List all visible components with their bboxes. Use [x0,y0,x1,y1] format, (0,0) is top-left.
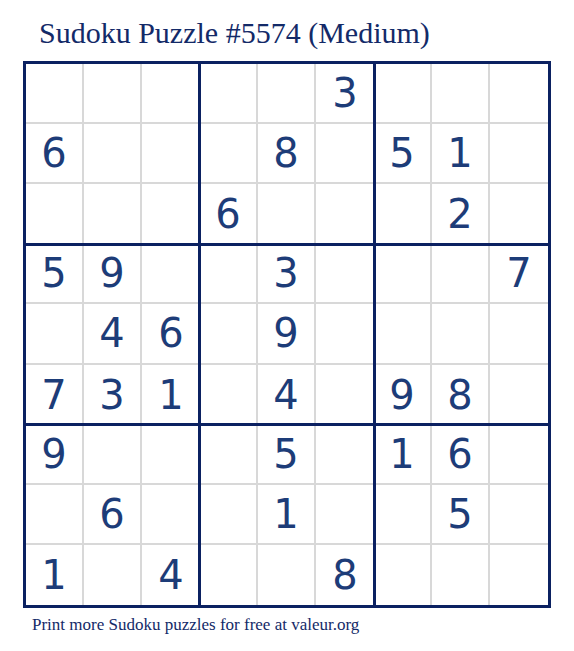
cell-r2c7: 5 [374,124,432,184]
cell-r6c3: 1 [142,365,200,425]
cell-r1c8 [432,64,490,124]
cell-r3c8: 2 [432,184,490,244]
cell-r8c3 [142,485,200,545]
cell-r2c9 [490,124,548,184]
cell-r7c4 [200,425,258,485]
cell-r4c6 [316,244,374,304]
cell-r6c4 [200,365,258,425]
cell-r7c2 [84,425,142,485]
cell-r2c5: 8 [258,124,316,184]
cell-r4c2: 9 [84,244,142,304]
cell-r2c2 [84,124,142,184]
cell-r8c8: 5 [432,485,490,545]
cell-r1c4 [200,64,258,124]
cell-r3c9 [490,184,548,244]
cell-r8c5: 1 [258,485,316,545]
cell-r6c2: 3 [84,365,142,425]
cell-r8c1 [26,485,84,545]
cell-r8c7 [374,485,432,545]
cell-r1c5 [258,64,316,124]
cell-r7c5: 5 [258,425,316,485]
cell-r5c9 [490,304,548,364]
cell-r6c9 [490,365,548,425]
cell-r4c7 [374,244,432,304]
cell-r6c7: 9 [374,365,432,425]
footer-text: Print more Sudoku puzzles for free at va… [32,615,359,635]
cell-r7c7: 1 [374,425,432,485]
cell-r4c9: 7 [490,244,548,304]
cell-r9c2 [84,545,142,605]
cell-r1c9 [490,64,548,124]
cell-r2c4 [200,124,258,184]
cell-r8c9 [490,485,548,545]
cell-r3c4: 6 [200,184,258,244]
cell-r9c9 [490,545,548,605]
sudoku-page: { "game": "sudoku", "title": "Sudoku Puz… [0,0,574,651]
cell-r8c2: 6 [84,485,142,545]
sudoku-board: 368516259374697314989516615148 [23,61,551,608]
cell-r9c6: 8 [316,545,374,605]
page-title: Sudoku Puzzle #5574 (Medium) [39,16,430,49]
cell-r2c8: 1 [432,124,490,184]
cell-r9c3: 4 [142,545,200,605]
cell-r7c8: 6 [432,425,490,485]
box-separator-vertical-2 [373,64,376,605]
cell-r8c4 [200,485,258,545]
cell-r5c2: 4 [84,304,142,364]
cell-r4c8 [432,244,490,304]
cell-r7c9 [490,425,548,485]
cell-r1c7 [374,64,432,124]
cell-r5c8 [432,304,490,364]
cell-r9c7 [374,545,432,605]
cell-r2c3 [142,124,200,184]
cell-r9c4 [200,545,258,605]
cell-r4c5: 3 [258,244,316,304]
box-separator-horizontal-1 [26,243,548,246]
cell-r5c1 [26,304,84,364]
cell-r1c3 [142,64,200,124]
cell-r3c3 [142,184,200,244]
cell-r5c7 [374,304,432,364]
cell-r3c5 [258,184,316,244]
cell-r6c5: 4 [258,365,316,425]
cell-r4c1: 5 [26,244,84,304]
cell-r6c8: 8 [432,365,490,425]
box-separator-horizontal-2 [26,423,548,426]
cell-r6c6 [316,365,374,425]
cell-r4c3 [142,244,200,304]
cell-r5c6 [316,304,374,364]
cell-r2c6 [316,124,374,184]
cell-r3c7 [374,184,432,244]
cell-r1c1 [26,64,84,124]
cell-r2c1: 6 [26,124,84,184]
cell-r5c5: 9 [258,304,316,364]
cell-r7c6 [316,425,374,485]
cell-r4c4 [200,244,258,304]
cell-r6c1: 7 [26,365,84,425]
cell-r3c1 [26,184,84,244]
box-separator-vertical-1 [198,64,201,605]
cell-r3c2 [84,184,142,244]
cell-r9c8 [432,545,490,605]
cell-r5c4 [200,304,258,364]
cell-r5c3: 6 [142,304,200,364]
cell-r9c1: 1 [26,545,84,605]
cell-r3c6 [316,184,374,244]
cell-r7c1: 9 [26,425,84,485]
cell-r1c2 [84,64,142,124]
cell-r7c3 [142,425,200,485]
cell-r1c6: 3 [316,64,374,124]
cell-r9c5 [258,545,316,605]
cell-r8c6 [316,485,374,545]
